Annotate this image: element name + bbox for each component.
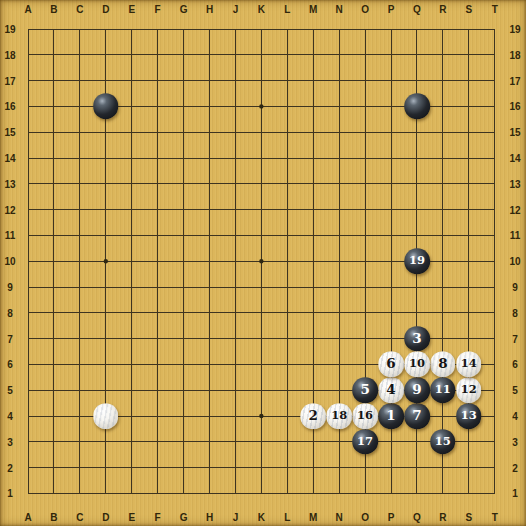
move-stone-3-black-Q7[interactable]: 3 [404,326,430,352]
row-label-right-9: 9 [512,282,518,293]
row-label-left-7: 7 [7,333,13,344]
row-label-right-1: 1 [512,488,518,499]
col-label-bottom-T: T [492,512,498,523]
col-label-top-R: R [439,4,446,15]
row-label-right-18: 18 [509,49,520,60]
row-label-right-2: 2 [512,462,518,473]
row-label-right-8: 8 [512,307,518,318]
col-label-bottom-H: H [206,512,213,523]
stone-black-D16[interactable] [93,94,119,120]
move-stone-17-black-O3[interactable]: 17 [352,429,378,455]
col-label-bottom-A: A [24,512,31,523]
col-label-bottom-C: C [76,512,83,523]
row-label-right-15: 15 [509,127,520,138]
row-label-left-15: 15 [4,127,15,138]
move-stone-4-white-P5[interactable]: 4 [378,377,404,403]
move-number: 3 [412,332,421,346]
move-number: 1 [386,409,395,423]
move-number: 10 [409,359,425,371]
move-stone-10-white-Q6[interactable]: 10 [404,352,430,378]
row-label-left-13: 13 [4,178,15,189]
move-number: 18 [331,410,347,422]
col-label-top-H: H [206,4,213,15]
row-label-right-3: 3 [512,436,518,447]
row-label-left-16: 16 [4,101,15,112]
move-number: 16 [357,410,373,422]
move-number: 4 [386,383,395,397]
col-label-top-N: N [336,4,343,15]
move-number: 9 [412,383,421,397]
col-label-top-J: J [233,4,239,15]
col-label-bottom-R: R [439,512,446,523]
col-label-bottom-N: N [336,512,343,523]
row-label-left-14: 14 [4,153,15,164]
move-stone-14-white-S6[interactable]: 14 [456,352,482,378]
col-label-top-M: M [309,4,317,15]
move-number: 5 [360,383,369,397]
row-label-left-5: 5 [7,385,13,396]
move-number: 14 [461,359,477,371]
move-stone-7-black-Q4[interactable]: 7 [404,403,430,429]
stone-black-Q16[interactable] [404,94,430,120]
move-number: 8 [438,358,447,372]
row-label-right-4: 4 [512,411,518,422]
row-label-left-18: 18 [4,49,15,60]
col-label-top-T: T [492,4,498,15]
row-label-left-9: 9 [7,282,13,293]
col-label-top-B: B [50,4,57,15]
col-label-bottom-P: P [388,512,395,523]
col-label-bottom-K: K [258,512,265,523]
move-number: 7 [412,409,421,423]
row-label-left-2: 2 [7,462,13,473]
col-label-top-E: E [128,4,135,15]
move-stone-11-black-R5[interactable]: 11 [430,377,456,403]
col-label-bottom-E: E [128,512,135,523]
col-label-bottom-L: L [284,512,290,523]
row-label-left-3: 3 [7,436,13,447]
move-stone-5-black-O5[interactable]: 5 [352,377,378,403]
col-label-top-S: S [465,4,472,15]
row-label-right-11: 11 [510,230,521,241]
col-label-bottom-M: M [309,512,317,523]
row-label-right-17: 17 [509,75,520,86]
row-label-left-11: 11 [5,230,16,241]
col-label-top-L: L [284,4,290,15]
row-label-right-13: 13 [509,178,520,189]
row-label-right-10: 10 [509,256,520,267]
stone-white-D4[interactable] [93,403,119,429]
col-label-bottom-D: D [102,512,109,523]
row-label-left-8: 8 [7,307,13,318]
row-label-right-14: 14 [509,153,520,164]
row-label-right-5: 5 [512,385,518,396]
row-label-right-6: 6 [512,359,518,370]
row-label-left-10: 10 [4,256,15,267]
move-stone-15-black-R3[interactable]: 15 [430,429,456,455]
move-number: 6 [386,358,395,372]
move-stone-19-black-Q10[interactable]: 19 [404,248,430,274]
row-label-left-1: 1 [7,488,13,499]
move-stone-18-white-N4[interactable]: 18 [326,403,352,429]
row-label-right-16: 16 [509,101,520,112]
move-stone-13-black-S4[interactable]: 13 [456,403,482,429]
row-label-left-6: 6 [7,359,13,370]
move-number: 11 [435,384,451,396]
move-number: 13 [461,410,477,422]
row-label-left-12: 12 [4,204,15,215]
move-number: 15 [435,436,451,448]
col-label-bottom-Q: Q [413,512,421,523]
move-stone-6-white-P6[interactable]: 6 [378,352,404,378]
move-stone-16-white-O4[interactable]: 16 [352,403,378,429]
move-number: 2 [309,409,318,423]
row-label-left-19: 19 [4,24,15,35]
col-label-bottom-S: S [465,512,472,523]
col-label-top-D: D [102,4,109,15]
col-label-top-C: C [76,4,83,15]
row-label-left-4: 4 [7,411,13,422]
col-label-top-P: P [388,4,395,15]
move-number: 17 [357,436,373,448]
move-stone-9-black-Q5[interactable]: 9 [404,377,430,403]
move-stone-2-white-M4[interactable]: 2 [300,403,326,429]
col-label-top-O: O [361,4,369,15]
row-label-right-19: 19 [509,24,520,35]
move-stone-1-black-P4[interactable]: 1 [378,403,404,429]
col-label-bottom-G: G [180,512,188,523]
col-label-top-G: G [180,4,188,15]
move-number: 19 [409,255,425,267]
go-board[interactable]: AABBCCDDEEFFGGHHJJKKLLMMNNOOPPQQRRSSTT19… [0,0,526,526]
col-label-bottom-J: J [233,512,239,523]
move-stone-8-white-R6[interactable]: 8 [430,352,456,378]
move-stone-12-white-S5[interactable]: 12 [456,377,482,403]
row-label-left-17: 17 [4,75,15,86]
col-label-bottom-B: B [50,512,57,523]
col-label-top-F: F [155,4,161,15]
col-label-top-A: A [24,4,31,15]
col-label-top-Q: Q [413,4,421,15]
row-label-right-7: 7 [512,333,518,344]
col-label-top-K: K [258,4,265,15]
move-number: 12 [461,384,477,396]
col-label-bottom-O: O [361,512,369,523]
col-label-bottom-F: F [155,512,161,523]
row-label-right-12: 12 [509,204,520,215]
